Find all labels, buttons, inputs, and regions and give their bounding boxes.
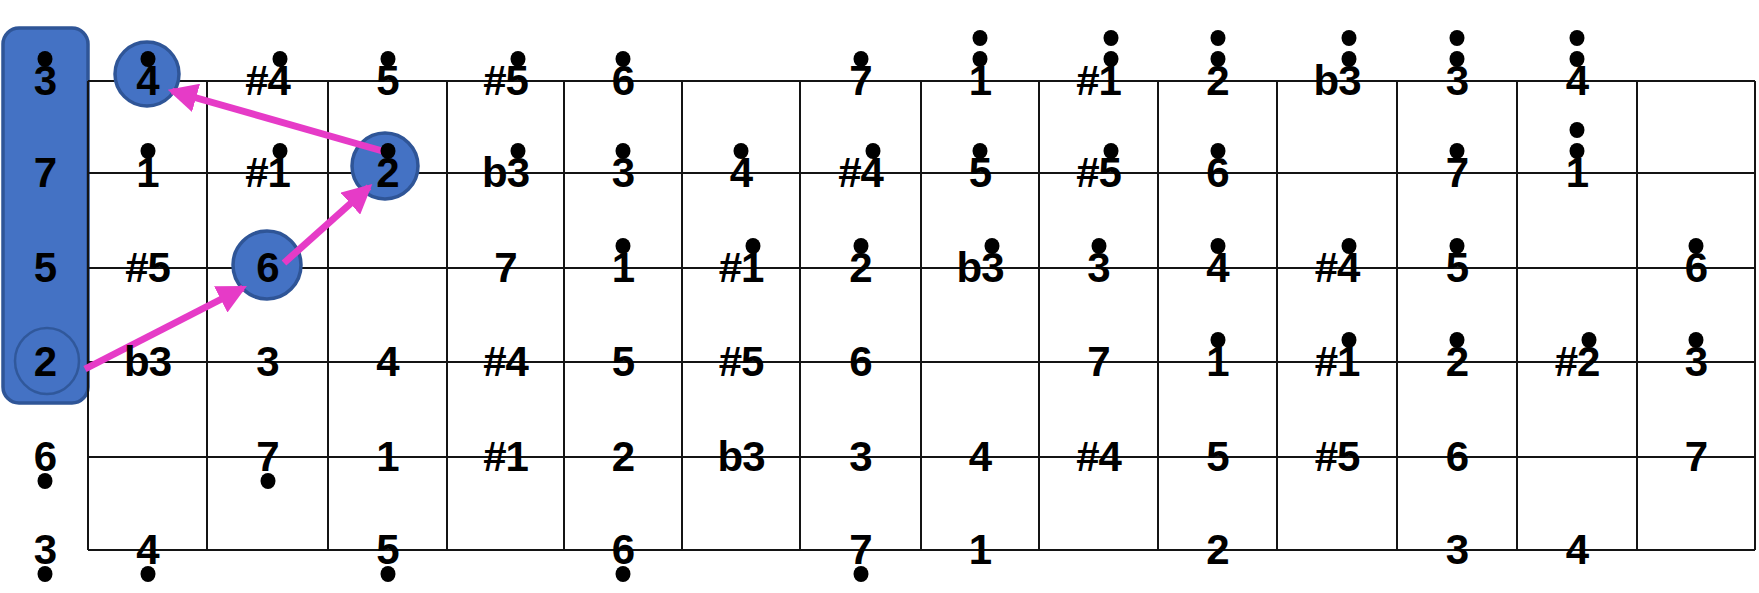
octave-dot-above: [1210, 332, 1225, 348]
octave-dot-above: [272, 143, 287, 159]
octave-dot-above: [1450, 143, 1465, 159]
octave-dot-above: [1450, 30, 1465, 46]
octave-dot-above: [616, 238, 631, 254]
octave-dot-below: [140, 566, 155, 582]
octave-dot-above: [380, 143, 395, 159]
octave-dot-above: [272, 51, 287, 67]
octave-dot-above: [1210, 143, 1225, 159]
degree-s5-f5: 2: [612, 436, 634, 478]
degree-s4-f6: #5: [719, 341, 764, 383]
degree-s4-f2: 3: [256, 341, 278, 383]
degree-s3-f2: 6: [256, 247, 278, 289]
octave-dot-above: [1570, 143, 1585, 159]
degree-s5-f11: #5: [1315, 436, 1360, 478]
octave-dot-above: [1570, 122, 1585, 138]
open-string-degree-s2: 7: [34, 152, 56, 194]
degree-s2-f9: #5: [1076, 152, 1121, 194]
degree-s6-f10: 2: [1206, 529, 1228, 571]
octave-dot-above: [734, 143, 749, 159]
octave-dot-above: [510, 51, 525, 67]
octave-dot-above: [1210, 238, 1225, 254]
octave-dot-above: [1570, 30, 1585, 46]
degree-s6-f7: 7: [849, 529, 871, 571]
octave-dot-above: [1342, 238, 1357, 254]
degree-s4-f13: #2: [1555, 341, 1600, 383]
degree-s5-f4: #1: [483, 436, 528, 478]
octave-dot-above: [1570, 51, 1585, 67]
octave-dot-above: [616, 143, 631, 159]
degree-s5-f14: 7: [1685, 436, 1707, 478]
degree-s6-f3: 5: [376, 529, 398, 571]
octave-dot-above: [865, 143, 880, 159]
octave-dot-above: [1582, 332, 1597, 348]
octave-dot-above: [1450, 332, 1465, 348]
degree-s4-f9: 7: [1087, 341, 1109, 383]
octave-dot-above: [38, 51, 53, 67]
octave-dot-below: [260, 473, 275, 489]
open-string-degree-s5: 6: [34, 436, 56, 478]
octave-dot-above: [1091, 238, 1106, 254]
degree-s5-f9: #4: [1076, 436, 1121, 478]
degree-s6-f8: 1: [969, 529, 991, 571]
octave-dot-above: [1103, 143, 1118, 159]
degree-s5-f10: 5: [1206, 436, 1228, 478]
fretboard-scale-diagram: 3752634#45#5671#12b3341#12b334#45#5671#5…: [0, 0, 1759, 593]
open-string-degree-s3: 5: [34, 247, 56, 289]
octave-dot-above: [140, 51, 155, 67]
degree-s4-f7: 6: [849, 341, 871, 383]
octave-dot-above: [1689, 332, 1704, 348]
octave-dot-above: [1210, 30, 1225, 46]
degree-s3-f6: #1: [719, 247, 764, 289]
octave-dot-above: [1689, 238, 1704, 254]
degree-s5-f6: b3: [717, 436, 764, 478]
degree-s3-f8: b3: [956, 247, 1003, 289]
degree-s2-f2: #1: [245, 152, 290, 194]
octave-dot-above: [1210, 51, 1225, 67]
degree-s1-f2: #4: [245, 60, 290, 102]
degree-s1-f11: b3: [1313, 60, 1360, 102]
degree-s1-f4: #5: [483, 60, 528, 102]
open-string-degree-s4: 2: [34, 341, 56, 383]
octave-dot-above: [140, 143, 155, 159]
degree-s3-f11: #4: [1315, 247, 1360, 289]
octave-dot-above: [616, 51, 631, 67]
octave-dot-above: [973, 30, 988, 46]
degree-s4-f3: 4: [376, 341, 398, 383]
degree-s4-f4: #4: [483, 341, 528, 383]
octave-dot-below: [38, 473, 53, 489]
degree-s6-f12: 3: [1446, 529, 1468, 571]
degree-s6-f1: 4: [136, 529, 158, 571]
octave-dot-above: [1342, 332, 1357, 348]
octave-dot-above: [510, 143, 525, 159]
octave-dot-above: [1103, 51, 1118, 67]
degree-s1-f9: #1: [1076, 60, 1121, 102]
octave-dot-above: [985, 238, 1000, 254]
octave-dot-below: [38, 566, 53, 582]
degree-s3-f1: #5: [125, 247, 170, 289]
octave-dot-above: [1342, 30, 1357, 46]
degree-s4-f5: 5: [612, 341, 634, 383]
degree-s4-f1: b3: [124, 341, 171, 383]
octave-dot-below: [853, 566, 868, 582]
octave-dot-above: [853, 238, 868, 254]
octave-dot-above: [1450, 238, 1465, 254]
octave-dot-above: [746, 238, 761, 254]
octave-dot-above: [1342, 51, 1357, 67]
octave-dot-above: [973, 143, 988, 159]
octave-dot-above: [1450, 51, 1465, 67]
degree-s6-f5: 6: [612, 529, 634, 571]
octave-dot-below: [380, 566, 395, 582]
octave-dot-above: [973, 51, 988, 67]
degree-s5-f7: 3: [849, 436, 871, 478]
degree-s5-f8: 4: [969, 436, 991, 478]
octave-dot-above: [853, 51, 868, 67]
degree-s2-f4: b3: [482, 152, 529, 194]
degree-s5-f3: 1: [376, 436, 398, 478]
degree-s4-f11: #1: [1315, 341, 1360, 383]
open-string-degree-s6: 3: [34, 529, 56, 571]
degree-s5-f12: 6: [1446, 436, 1468, 478]
octave-dot-above: [380, 51, 395, 67]
degree-s5-f2: 7: [256, 436, 278, 478]
degree-s2-f7: #4: [838, 152, 883, 194]
octave-dot-below: [616, 566, 631, 582]
degree-s6-f13: 4: [1566, 529, 1588, 571]
degree-s3-f4: 7: [494, 247, 516, 289]
octave-dot-above: [1103, 30, 1118, 46]
